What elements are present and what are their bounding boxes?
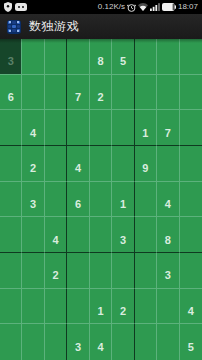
cell-r2c5[interactable]: [112, 110, 134, 146]
sudoku-app-icon: [7, 20, 21, 34]
cell-r4c2[interactable]: [45, 182, 67, 218]
cell-r6c8[interactable]: [180, 253, 202, 289]
cell-r5c7[interactable]: 8: [157, 217, 179, 253]
cell-r5c0[interactable]: [0, 217, 22, 253]
cell-r3c1[interactable]: 2: [22, 146, 44, 182]
cell-r7c0[interactable]: [0, 289, 22, 325]
cell-r1c6[interactable]: [135, 75, 157, 111]
cell-r3c7[interactable]: [157, 146, 179, 182]
cell-r6c5[interactable]: [112, 253, 134, 289]
cell-r0c1[interactable]: [22, 39, 44, 75]
cell-r1c4[interactable]: 2: [90, 75, 112, 111]
cell-r6c3[interactable]: [67, 253, 89, 289]
cell-r8c2[interactable]: [45, 324, 67, 360]
cell-r1c5[interactable]: [112, 75, 134, 111]
cell-r2c3[interactable]: [67, 110, 89, 146]
cell-r8c3[interactable]: 3: [67, 324, 89, 360]
cell-r3c2[interactable]: [45, 146, 67, 182]
cell-r7c8[interactable]: 4: [180, 289, 202, 325]
message-icon: [15, 3, 27, 11]
cell-r7c6[interactable]: [135, 289, 157, 325]
cell-r5c5[interactable]: 3: [112, 217, 134, 253]
cell-r8c6[interactable]: [135, 324, 157, 360]
cell-r0c6[interactable]: [135, 39, 157, 75]
cell-r1c2[interactable]: [45, 75, 67, 111]
wifi-icon: [138, 3, 148, 11]
cell-r8c5[interactable]: [112, 324, 134, 360]
cell-r0c3[interactable]: [67, 39, 89, 75]
cell-r8c1[interactable]: [22, 324, 44, 360]
cell-r7c1[interactable]: [22, 289, 44, 325]
cell-r0c8[interactable]: [180, 39, 202, 75]
cell-r0c2[interactable]: [45, 39, 67, 75]
cell-r7c4[interactable]: 1: [90, 289, 112, 325]
cell-r6c7[interactable]: 3: [157, 253, 179, 289]
cell-r4c1[interactable]: 3: [22, 182, 44, 218]
cell-r7c3[interactable]: [67, 289, 89, 325]
cell-r7c5[interactable]: 2: [112, 289, 134, 325]
cell-r5c6[interactable]: [135, 217, 157, 253]
cell-r3c5[interactable]: [112, 146, 134, 182]
cell-r2c7[interactable]: 7: [157, 110, 179, 146]
cell-r2c1[interactable]: 4: [22, 110, 44, 146]
cell-r4c8[interactable]: [180, 182, 202, 218]
cell-r0c5[interactable]: 5: [112, 39, 134, 75]
cell-r5c3[interactable]: [67, 217, 89, 253]
cell-r4c0[interactable]: [0, 182, 22, 218]
cell-r8c0[interactable]: [0, 324, 22, 360]
cell-r4c6[interactable]: [135, 182, 157, 218]
cell-r6c1[interactable]: [22, 253, 44, 289]
clock-time: 18:07: [178, 0, 198, 14]
cell-r6c4[interactable]: [90, 253, 112, 289]
cell-r2c0[interactable]: [0, 110, 22, 146]
shield-icon: [4, 2, 12, 12]
cell-r2c4[interactable]: [90, 110, 112, 146]
cell-r2c2[interactable]: [45, 110, 67, 146]
status-bar: 0.12K/s 18:07: [0, 0, 202, 14]
cell-r3c8[interactable]: [180, 146, 202, 182]
cell-r8c8[interactable]: 5: [180, 324, 202, 360]
cell-r6c6[interactable]: [135, 253, 157, 289]
cell-r1c0[interactable]: 6: [0, 75, 22, 111]
status-bar-left: [4, 2, 27, 12]
cell-r4c3[interactable]: 6: [67, 182, 89, 218]
cell-r1c7[interactable]: [157, 75, 179, 111]
cell-r7c7[interactable]: [157, 289, 179, 325]
network-speed: 0.12K/s: [98, 0, 125, 14]
cell-r4c7[interactable]: 4: [157, 182, 179, 218]
cell-r5c4[interactable]: [90, 217, 112, 253]
cell-r8c4[interactable]: 4: [90, 324, 112, 360]
status-bar-right: 0.12K/s 18:07: [98, 0, 198, 14]
cell-r2c8[interactable]: [180, 110, 202, 146]
cell-r5c1[interactable]: [22, 217, 44, 253]
cell-r3c4[interactable]: [90, 146, 112, 182]
cell-r8c7[interactable]: [157, 324, 179, 360]
battery-icon: [162, 3, 176, 11]
cell-r6c0[interactable]: [0, 253, 22, 289]
cell-r1c1[interactable]: [22, 75, 44, 111]
sudoku-board: 385672417249361443823124345: [0, 39, 202, 360]
cell-r3c0[interactable]: [0, 146, 22, 182]
cell-r6c2[interactable]: 2: [45, 253, 67, 289]
action-bar: 数独游戏: [0, 14, 202, 39]
cell-r2c6[interactable]: 1: [135, 110, 157, 146]
cell-r0c7[interactable]: [157, 39, 179, 75]
cell-r3c6[interactable]: 9: [135, 146, 157, 182]
app-title: 数独游戏: [29, 18, 79, 35]
cell-r3c3[interactable]: 4: [67, 146, 89, 182]
cell-r7c2[interactable]: [45, 289, 67, 325]
cell-r5c2[interactable]: 4: [45, 217, 67, 253]
signal-icon: [150, 3, 160, 11]
cell-r0c0[interactable]: 3: [0, 39, 22, 75]
cell-r1c3[interactable]: 7: [67, 75, 89, 111]
cell-r4c4[interactable]: [90, 182, 112, 218]
alarm-icon: [127, 3, 136, 12]
cell-r4c5[interactable]: 1: [112, 182, 134, 218]
cell-r5c8[interactable]: [180, 217, 202, 253]
cell-r0c4[interactable]: 8: [90, 39, 112, 75]
cell-r1c8[interactable]: [180, 75, 202, 111]
